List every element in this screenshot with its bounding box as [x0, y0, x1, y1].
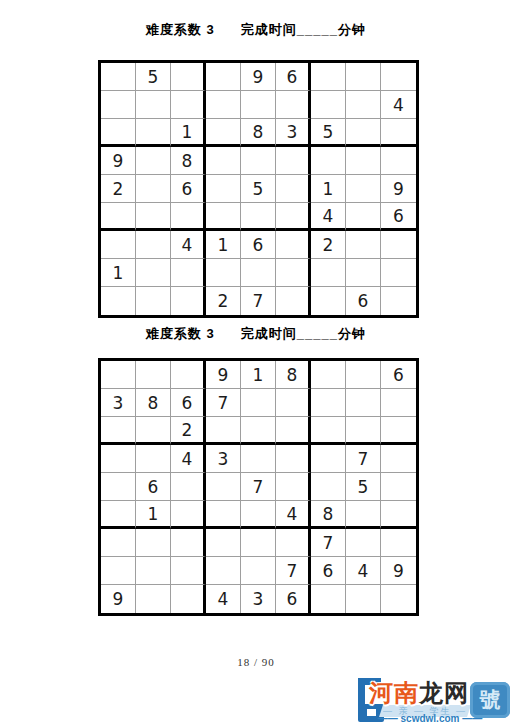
puzzle2-time-label: 完成时间_____分钟 [241, 326, 366, 341]
sudoku-cell-g2-r6c7: 8 [311, 501, 346, 529]
sudoku-cell-g2-r2c6 [276, 389, 311, 417]
sudoku-cell-g1-r1c1 [101, 63, 136, 91]
sudoku-cell-g2-r9c2 [136, 585, 171, 613]
sudoku-cell-g2-r8c1 [101, 557, 136, 585]
sudoku-cell-g2-r8c7: 6 [311, 557, 346, 585]
sudoku-cell-g2-r3c4 [206, 417, 241, 445]
sudoku-cell-g1-r5c1: 2 [101, 175, 136, 203]
sudoku-cell-g2-r5c8: 5 [346, 473, 381, 501]
sudoku-cell-g1-r2c7 [311, 91, 346, 119]
sudoku-cell-g1-r2c6 [276, 91, 311, 119]
sudoku-cell-g2-r8c5 [241, 557, 276, 585]
sudoku-grid-1: 5964183598265194641621276 [98, 60, 419, 318]
sudoku-cell-g1-r7c7: 2 [311, 231, 346, 259]
sudoku-cell-g1-r4c9 [381, 147, 416, 175]
sudoku-cell-g2-r2c8 [346, 389, 381, 417]
sudoku-cell-g1-r9c2 [136, 287, 171, 315]
sudoku-cell-g2-r3c2 [136, 417, 171, 445]
sudoku-cell-g1-r1c7 [311, 63, 346, 91]
sudoku-cell-g1-r6c5 [241, 203, 276, 231]
sudoku-cell-g1-r7c2 [136, 231, 171, 259]
site-name-part1: 河南 [369, 679, 419, 706]
sudoku-cell-g1-r8c7 [311, 259, 346, 287]
sudoku-cell-g1-r4c4 [206, 147, 241, 175]
sudoku-cell-g2-r7c7: 7 [311, 529, 346, 557]
sudoku-cell-g1-r4c8 [346, 147, 381, 175]
sudoku-cell-g2-r9c8 [346, 585, 381, 613]
worksheet-page: 难度系数 3完成时间_____分钟 5964183598265194641621… [0, 0, 512, 724]
sudoku-cell-g2-r3c3: 2 [171, 417, 206, 445]
sudoku-cell-g2-r2c1: 3 [101, 389, 136, 417]
sudoku-cell-g2-r7c9 [381, 529, 416, 557]
sudoku-cell-g1-r7c1 [101, 231, 136, 259]
sudoku-cell-g1-r3c6: 3 [276, 119, 311, 147]
sudoku-cell-g2-r4c3: 4 [171, 445, 206, 473]
sudoku-cell-g1-r2c2 [136, 91, 171, 119]
sudoku-cell-g2-r2c2: 8 [136, 389, 171, 417]
sudoku-cell-g1-r1c8 [346, 63, 381, 91]
sudoku-cell-g1-r7c4: 1 [206, 231, 241, 259]
sudoku-cell-g1-r9c5: 7 [241, 287, 276, 315]
sudoku-cell-g1-r5c4 [206, 175, 241, 203]
sudoku-cell-g2-r2c9 [381, 389, 416, 417]
sudoku-cell-g2-r7c3 [171, 529, 206, 557]
sudoku-cell-g1-r1c2: 5 [136, 63, 171, 91]
sudoku-cell-g1-r9c6 [276, 287, 311, 315]
puzzle1-difficulty-label: 难度系数 3 [146, 22, 215, 37]
sudoku-cell-g2-r1c2 [136, 361, 171, 389]
sudoku-cell-g2-r6c3 [171, 501, 206, 529]
sudoku-cell-g2-r1c9: 6 [381, 361, 416, 389]
sudoku-cell-g1-r1c4 [206, 63, 241, 91]
sudoku-cell-g2-r4c1 [101, 445, 136, 473]
sudoku-cell-g2-r5c3 [171, 473, 206, 501]
sudoku-cell-g2-r5c4 [206, 473, 241, 501]
sudoku-cell-g1-r6c2 [136, 203, 171, 231]
sudoku-cell-g1-r8c4 [206, 259, 241, 287]
sudoku-cell-g1-r3c1 [101, 119, 136, 147]
sudoku-cell-g2-r4c8: 7 [346, 445, 381, 473]
sudoku-cell-g1-r2c9: 4 [381, 91, 416, 119]
sudoku-cell-g2-r8c6: 7 [276, 557, 311, 585]
sudoku-cell-g1-r5c3: 6 [171, 175, 206, 203]
sudoku-cell-g2-r2c3: 6 [171, 389, 206, 417]
sudoku-cell-g2-r3c9 [381, 417, 416, 445]
sudoku-cell-g1-r8c2 [136, 259, 171, 287]
sudoku-cell-g2-r3c6 [276, 417, 311, 445]
sudoku-cell-g1-r2c8 [346, 91, 381, 119]
sudoku-cell-g1-r5c6 [276, 175, 311, 203]
sudoku-cell-g1-r3c2 [136, 119, 171, 147]
sudoku-cell-g2-r9c4: 4 [206, 585, 241, 613]
sudoku-cell-g1-r8c8 [346, 259, 381, 287]
sudoku-cell-g2-r4c6 [276, 445, 311, 473]
site-name: 河南龙网 [369, 681, 469, 705]
sudoku-cell-g2-r8c2 [136, 557, 171, 585]
sudoku-cell-g2-r9c9 [381, 585, 416, 613]
sudoku-cell-g2-r5c5: 7 [241, 473, 276, 501]
sudoku-cell-g1-r5c8 [346, 175, 381, 203]
sudoku-cell-g2-r1c4: 9 [206, 361, 241, 389]
sudoku-cell-g2-r7c8 [346, 529, 381, 557]
sudoku-cell-g1-r6c1 [101, 203, 136, 231]
sudoku-cell-g2-r4c7 [311, 445, 346, 473]
sudoku-cell-g2-r5c9 [381, 473, 416, 501]
sudoku-cell-g1-r2c1 [101, 91, 136, 119]
sudoku-cell-g2-r9c5: 3 [241, 585, 276, 613]
sudoku-cell-g2-r3c7 [311, 417, 346, 445]
sudoku-cell-g1-r3c4 [206, 119, 241, 147]
sudoku-cell-g1-r6c7: 4 [311, 203, 346, 231]
sudoku-cell-g2-r6c4 [206, 501, 241, 529]
sudoku-cell-g1-r7c5: 6 [241, 231, 276, 259]
site-domain: —— scwdwl.com —— [355, 713, 505, 724]
sudoku-cell-g2-r1c3 [171, 361, 206, 389]
sudoku-cell-g2-r3c1 [101, 417, 136, 445]
sudoku-cell-g2-r7c6 [276, 529, 311, 557]
sudoku-cell-g1-r8c6 [276, 259, 311, 287]
sudoku-cell-g1-r6c4 [206, 203, 241, 231]
sudoku-cell-g2-r7c5 [241, 529, 276, 557]
sudoku-cell-g1-r1c9 [381, 63, 416, 91]
sudoku-cell-g1-r4c7 [311, 147, 346, 175]
sudoku-cell-g1-r5c7: 1 [311, 175, 346, 203]
sudoku-cell-g2-r2c4: 7 [206, 389, 241, 417]
sudoku-cell-g1-r4c5 [241, 147, 276, 175]
sudoku-cell-g1-r1c5: 9 [241, 63, 276, 91]
sudoku-cell-g1-r9c9 [381, 287, 416, 315]
sudoku-cell-g2-r1c6: 8 [276, 361, 311, 389]
sudoku-cell-g2-r6c8 [346, 501, 381, 529]
puzzle2-title: 难度系数 3完成时间_____分钟 [0, 325, 512, 343]
sudoku-cell-g1-r1c3 [171, 63, 206, 91]
sudoku-cell-g2-r6c1 [101, 501, 136, 529]
sudoku-cell-g2-r4c5 [241, 445, 276, 473]
sudoku-cell-g2-r5c6 [276, 473, 311, 501]
puzzle1-time-label: 完成时间_____分钟 [241, 22, 366, 37]
sudoku-cell-g2-r6c9 [381, 501, 416, 529]
puzzle1-title: 难度系数 3完成时间_____分钟 [0, 21, 512, 39]
sudoku-cell-g1-r3c7: 5 [311, 119, 346, 147]
sudoku-cell-g2-r5c7 [311, 473, 346, 501]
sudoku-cell-g1-r9c3 [171, 287, 206, 315]
sudoku-cell-g2-r5c2: 6 [136, 473, 171, 501]
sudoku-cell-g1-r2c4 [206, 91, 241, 119]
sudoku-cell-g2-r8c8: 4 [346, 557, 381, 585]
page-number: 18 / 90 [0, 656, 512, 668]
sudoku-cell-g1-r7c9 [381, 231, 416, 259]
sudoku-cell-g2-r1c8 [346, 361, 381, 389]
sudoku-cell-g2-r8c4 [206, 557, 241, 585]
sudoku-cell-g1-r8c3 [171, 259, 206, 287]
sudoku-cell-g2-r9c7 [311, 585, 346, 613]
sudoku-cell-g1-r3c3: 1 [171, 119, 206, 147]
sudoku-cell-g1-r9c4: 2 [206, 287, 241, 315]
sudoku-cell-g2-r7c4 [206, 529, 241, 557]
sudoku-cell-g1-r7c3: 4 [171, 231, 206, 259]
sudoku-cell-g1-r2c3 [171, 91, 206, 119]
sudoku-cell-g2-r6c5 [241, 501, 276, 529]
sudoku-cell-g1-r5c9: 9 [381, 175, 416, 203]
sudoku-cell-g2-r7c2 [136, 529, 171, 557]
sudoku-cell-g1-r6c3 [171, 203, 206, 231]
sudoku-cell-g1-r1c6: 6 [276, 63, 311, 91]
sudoku-cell-g1-r8c1: 1 [101, 259, 136, 287]
sudoku-cell-g1-r3c8 [346, 119, 381, 147]
sudoku-cell-g2-r1c7 [311, 361, 346, 389]
sudoku-cell-g1-r9c7 [311, 287, 346, 315]
sudoku-cell-g2-r1c1 [101, 361, 136, 389]
sudoku-cell-g2-r4c9 [381, 445, 416, 473]
sudoku-cell-g1-r7c8 [346, 231, 381, 259]
sudoku-cell-g1-r6c9: 6 [381, 203, 416, 231]
sudoku-cell-g2-r4c4: 3 [206, 445, 241, 473]
sudoku-cell-g2-r6c6: 4 [276, 501, 311, 529]
sudoku-cell-g1-r4c6 [276, 147, 311, 175]
sudoku-cell-g1-r5c2 [136, 175, 171, 203]
sudoku-cell-g2-r5c1 [101, 473, 136, 501]
sudoku-cell-g1-r5c5: 5 [241, 175, 276, 203]
site-watermark: — 亲 — 学生 — 名师 河南龙网 號 —— scwdwl.com —— [355, 668, 512, 724]
sudoku-cell-g1-r9c8: 6 [346, 287, 381, 315]
sudoku-cell-g2-r3c5 [241, 417, 276, 445]
sudoku-cell-g1-r4c3: 8 [171, 147, 206, 175]
sudoku-cell-g2-r1c5: 1 [241, 361, 276, 389]
sudoku-cell-g1-r3c5: 8 [241, 119, 276, 147]
sudoku-cell-g2-r2c5 [241, 389, 276, 417]
sudoku-cell-g2-r8c9: 9 [381, 557, 416, 585]
sudoku-cell-g1-r3c9 [381, 119, 416, 147]
sudoku-cell-g2-r9c6: 6 [276, 585, 311, 613]
sudoku-grid-2: 918638672437675148776499436 [98, 358, 419, 616]
sudoku-cell-g2-r4c2 [136, 445, 171, 473]
sudoku-cell-g2-r9c3 [171, 585, 206, 613]
sudoku-cell-g2-r9c1: 9 [101, 585, 136, 613]
sudoku-cell-g1-r8c5 [241, 259, 276, 287]
sudoku-cell-g1-r6c6 [276, 203, 311, 231]
sudoku-cell-g1-r7c6 [276, 231, 311, 259]
sudoku-cell-g1-r4c1: 9 [101, 147, 136, 175]
sudoku-cell-g1-r4c2 [136, 147, 171, 175]
sudoku-cell-g2-r3c8 [346, 417, 381, 445]
sudoku-cell-g2-r6c2: 1 [136, 501, 171, 529]
sudoku-cell-g1-r8c9 [381, 259, 416, 287]
sudoku-cell-g2-r2c7 [311, 389, 346, 417]
sudoku-cell-g2-r8c3 [171, 557, 206, 585]
sudoku-cell-g1-r9c1 [101, 287, 136, 315]
sudoku-cell-g2-r7c1 [101, 529, 136, 557]
sudoku-cell-g1-r2c5 [241, 91, 276, 119]
site-name-part2: 龙网 [419, 679, 469, 706]
puzzle2-difficulty-label: 难度系数 3 [146, 326, 215, 341]
sudoku-cell-g1-r6c8 [346, 203, 381, 231]
